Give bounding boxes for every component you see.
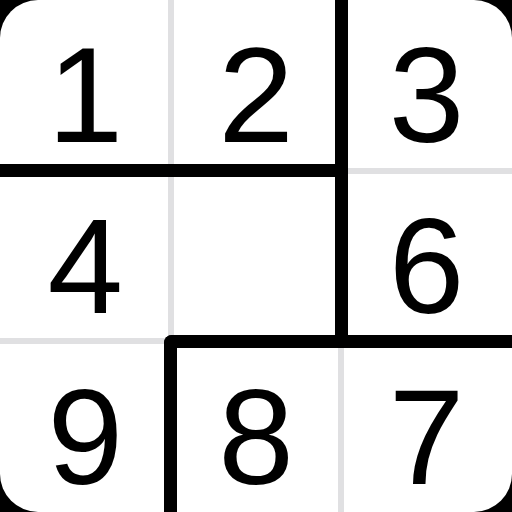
digit-r3c3: 7 [389,369,465,505]
cell-r3c1[interactable]: 9 [0,341,171,512]
icon-background: 1 2 3 4 6 9 8 7 [0,0,512,512]
cell-r2c3[interactable]: 6 [341,171,512,342]
cell-r1c1[interactable]: 1 [0,0,171,171]
cell-r2c2[interactable] [171,171,342,342]
cage-border-vertical-right [335,0,348,348]
digit-r3c1: 9 [48,369,124,505]
digit-r1c2: 2 [218,27,294,163]
cell-r3c2[interactable]: 8 [171,341,342,512]
cell-r1c3[interactable]: 3 [341,0,512,171]
cage-border-horizontal-bottom [164,335,512,348]
digit-r1c3: 3 [389,27,465,163]
cell-r1c2[interactable]: 2 [171,0,342,171]
cell-grid: 1 2 3 4 6 9 8 7 [0,0,512,512]
cage-border-horizontal-top [0,164,348,177]
cell-r3c3[interactable]: 7 [341,341,512,512]
cage-border-vertical-left [164,335,177,512]
puzzle-board: 1 2 3 4 6 9 8 7 [0,0,512,512]
digit-r2c1: 4 [48,198,124,334]
digit-r2c3: 6 [389,198,465,334]
cell-r2c1[interactable]: 4 [0,171,171,342]
digit-r3c2: 8 [218,369,294,505]
digit-r1c1: 1 [48,27,124,163]
